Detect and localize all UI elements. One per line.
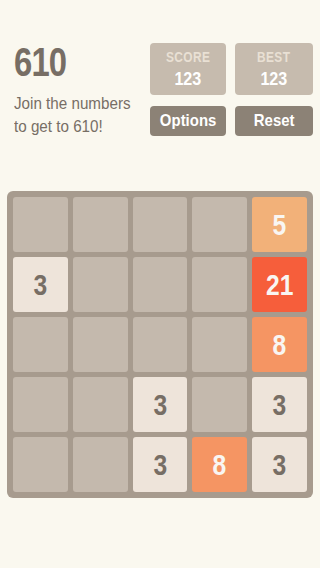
tile-3: 3 [13,257,68,312]
tile-3: 3 [133,377,188,432]
tile-3: 3 [252,377,307,432]
board-cell-empty [73,437,128,492]
header: 610 Join the numbers to get to 610! SCOR… [14,42,312,138]
tile-5: 5 [252,197,307,252]
subtitle: Join the numbers to get to 610! [14,92,143,138]
score-value: 123 [175,68,202,90]
tile-8: 8 [192,437,247,492]
board-cell-empty [73,377,128,432]
board-cell-empty [192,377,247,432]
board-cell-empty [192,257,247,312]
best-box: BEST 123 [235,43,313,95]
board-cell-empty [133,317,188,372]
tile-value: 3 [153,390,167,420]
board-cell-empty [192,317,247,372]
board-cell-empty [13,437,68,492]
score-label: SCORE [166,49,210,65]
tile-value: 8 [213,450,227,480]
board-cell-empty [192,197,247,252]
reset-button-label: Reset [254,111,295,131]
options-button-label: Options [160,111,217,131]
board-cell-empty [73,257,128,312]
best-label: BEST [257,49,290,65]
score-box: SCORE 123 [150,43,226,95]
tile-value: 5 [273,210,287,240]
tile-value: 3 [273,450,287,480]
hud: SCORE 123 BEST 123 Options Reset [150,43,313,138]
board-cell-empty [73,317,128,372]
page-title: 610 [14,42,126,82]
tile-8: 8 [252,317,307,372]
reset-button[interactable]: Reset [235,106,313,136]
tile-value: 21 [266,270,293,300]
options-button[interactable]: Options [150,106,226,136]
board-cell-empty [13,377,68,432]
best-value: 123 [261,68,288,90]
tile-21: 21 [252,257,307,312]
board-cell-empty [13,317,68,372]
board-cell-empty [133,197,188,252]
tile-3: 3 [133,437,188,492]
tile-3: 3 [252,437,307,492]
tile-value: 3 [153,450,167,480]
board-cell-empty [133,257,188,312]
board-cell-empty [13,197,68,252]
title-block: 610 Join the numbers to get to 610! [14,42,150,138]
tile-value: 3 [34,270,48,300]
tile-value: 8 [273,330,287,360]
board-cell-empty [73,197,128,252]
tile-value: 3 [273,390,287,420]
board[interactable]: 5321833383 [7,191,313,498]
